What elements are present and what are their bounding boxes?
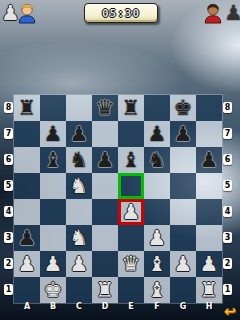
square-h3[interactable]	[196, 225, 222, 251]
game-timer: 05:30	[84, 3, 158, 23]
piece-white-bishop: ♝	[148, 278, 167, 303]
square-g2[interactable]: ♟	[170, 251, 196, 277]
piece-black-pawn: ♟	[200, 148, 219, 173]
square-f8[interactable]	[144, 95, 170, 121]
square-e7[interactable]	[118, 121, 144, 147]
square-h4[interactable]	[196, 199, 222, 225]
piece-black-knight: ♞	[70, 148, 89, 173]
piece-white-pawn: ♟	[174, 252, 193, 277]
rank-label-3-right: 3	[223, 232, 232, 243]
square-e1[interactable]	[118, 277, 144, 303]
square-a6[interactable]	[14, 147, 40, 173]
piece-black-pawn: ♟	[70, 122, 89, 147]
piece-black-king: ♚	[174, 96, 193, 121]
square-b1[interactable]: ♚	[40, 277, 66, 303]
piece-white-pawn: ♟	[122, 200, 141, 225]
square-e3[interactable]	[118, 225, 144, 251]
rank-label-3-left: 3	[4, 232, 13, 243]
square-d4[interactable]	[92, 199, 118, 225]
top-bar: ♟ 05:30 ♟	[0, 0, 240, 26]
piece-white-knight: ♞	[70, 174, 89, 199]
square-f4[interactable]	[144, 199, 170, 225]
square-d7[interactable]	[92, 121, 118, 147]
square-b4[interactable]	[40, 199, 66, 225]
square-f3[interactable]: ♟	[144, 225, 170, 251]
file-label-f: F	[144, 302, 170, 312]
piece-white-king: ♚	[44, 278, 63, 303]
rank-label-7-right: 7	[223, 128, 232, 139]
chess-board: ♜♛♜♚♟♟♟♟♝♞♟♝♞♟♞♟♟♞♟♟♟♟♛♝♟♟♚♜♝♜	[14, 95, 222, 303]
square-e6[interactable]: ♝	[118, 147, 144, 173]
piece-black-pawn: ♟	[96, 148, 115, 173]
square-h5[interactable]	[196, 173, 222, 199]
piece-white-pawn: ♟	[70, 252, 89, 277]
square-c3[interactable]: ♞	[66, 225, 92, 251]
square-f5[interactable]	[144, 173, 170, 199]
timer-value: 05:30	[102, 7, 140, 20]
rank-label-2-left: 2	[4, 258, 13, 269]
rank-label-5-right: 5	[223, 180, 232, 191]
square-a2[interactable]: ♟	[14, 251, 40, 277]
square-e2[interactable]: ♛	[118, 251, 144, 277]
square-g1[interactable]	[170, 277, 196, 303]
piece-white-rook: ♜	[96, 278, 115, 303]
square-h6[interactable]: ♟	[196, 147, 222, 173]
square-g4[interactable]	[170, 199, 196, 225]
piece-white-pawn: ♟	[148, 226, 167, 251]
square-a4[interactable]	[14, 199, 40, 225]
player-white: ♟	[1, 1, 38, 25]
file-label-a: A	[14, 302, 40, 312]
file-label-g: G	[170, 302, 196, 312]
square-a7[interactable]	[14, 121, 40, 147]
square-d8[interactable]: ♛	[92, 95, 118, 121]
rank-label-2-right: 2	[223, 258, 232, 269]
black-player-avatar	[202, 1, 224, 24]
square-b7[interactable]: ♟	[40, 121, 66, 147]
piece-black-bishop: ♝	[122, 148, 141, 173]
square-c4[interactable]	[66, 199, 92, 225]
black-pawn-icon: ♟	[224, 1, 239, 25]
white-pawn-icon: ♟	[1, 1, 16, 25]
square-c5[interactable]: ♞	[66, 173, 92, 199]
square-b2[interactable]: ♟	[40, 251, 66, 277]
rank-label-4-left: 4	[4, 206, 13, 217]
square-f7[interactable]: ♟	[144, 121, 170, 147]
piece-white-pawn: ♟	[44, 252, 63, 277]
square-a3[interactable]: ♟	[14, 225, 40, 251]
rank-label-6-left: 6	[4, 154, 13, 165]
square-e5[interactable]	[118, 173, 144, 199]
square-b5[interactable]	[40, 173, 66, 199]
rank-label-7-left: 7	[4, 128, 13, 139]
square-g3[interactable]	[170, 225, 196, 251]
piece-black-rook: ♜	[122, 96, 141, 121]
rank-label-8-right: 8	[223, 102, 232, 113]
square-a8[interactable]: ♜	[14, 95, 40, 121]
piece-white-bishop: ♝	[148, 252, 167, 277]
player-black: ♟	[202, 1, 239, 25]
square-c6[interactable]: ♞	[66, 147, 92, 173]
file-label-h: H	[196, 302, 222, 312]
piece-black-bishop: ♝	[44, 148, 63, 173]
square-d2[interactable]	[92, 251, 118, 277]
square-d1[interactable]: ♜	[92, 277, 118, 303]
piece-white-pawn: ♟	[200, 252, 219, 277]
square-c1[interactable]	[66, 277, 92, 303]
file-label-c: C	[66, 302, 92, 312]
square-h1[interactable]: ♜	[196, 277, 222, 303]
square-h8[interactable]	[196, 95, 222, 121]
rank-label-1-right: 1	[223, 284, 232, 295]
square-e8[interactable]: ♜	[118, 95, 144, 121]
square-g5[interactable]	[170, 173, 196, 199]
square-g6[interactable]	[170, 147, 196, 173]
piece-black-pawn: ♟	[174, 122, 193, 147]
rank-label-4-right: 4	[223, 206, 232, 217]
square-f6[interactable]: ♞	[144, 147, 170, 173]
file-label-b: B	[40, 302, 66, 312]
piece-white-queen: ♛	[122, 252, 141, 277]
piece-white-pawn: ♟	[18, 252, 37, 277]
file-label-e: E	[118, 302, 144, 312]
white-player-avatar	[16, 1, 38, 24]
chess-game-screen: ♟ 05:30 ♟ ♜♛♜♚♟♟♟♟♝♞♟♝♞♟♞♟♟♞♟♟♟♟♛♝♟♟♚♜♝♜…	[0, 0, 240, 320]
square-f1[interactable]: ♝	[144, 277, 170, 303]
piece-black-rook: ♜	[18, 96, 37, 121]
rank-label-1-left: 1	[4, 284, 13, 295]
square-a5[interactable]	[14, 173, 40, 199]
square-d5[interactable]	[92, 173, 118, 199]
piece-black-queen: ♛	[96, 96, 115, 121]
square-h2[interactable]: ♟	[196, 251, 222, 277]
square-b6[interactable]: ♝	[40, 147, 66, 173]
square-b8[interactable]	[40, 95, 66, 121]
rank-label-5-left: 5	[4, 180, 13, 191]
square-d6[interactable]: ♟	[92, 147, 118, 173]
undo-icon[interactable]: ↩	[222, 303, 238, 319]
square-g8[interactable]: ♚	[170, 95, 196, 121]
piece-white-rook: ♜	[200, 278, 219, 303]
square-e4[interactable]: ♟	[118, 199, 144, 225]
square-d3[interactable]	[92, 225, 118, 251]
file-label-d: D	[92, 302, 118, 312]
square-b3[interactable]	[40, 225, 66, 251]
square-h7[interactable]	[196, 121, 222, 147]
square-g7[interactable]: ♟	[170, 121, 196, 147]
piece-white-knight: ♞	[70, 226, 89, 251]
rank-label-8-left: 8	[4, 102, 13, 113]
square-f2[interactable]: ♝	[144, 251, 170, 277]
piece-black-pawn: ♟	[148, 122, 167, 147]
piece-black-knight: ♞	[148, 148, 167, 173]
piece-black-pawn: ♟	[44, 122, 63, 147]
square-c7[interactable]: ♟	[66, 121, 92, 147]
square-c2[interactable]: ♟	[66, 251, 92, 277]
piece-black-pawn: ♟	[18, 226, 37, 251]
square-a1[interactable]	[14, 277, 40, 303]
square-c8[interactable]	[66, 95, 92, 121]
rank-label-6-right: 6	[223, 154, 232, 165]
